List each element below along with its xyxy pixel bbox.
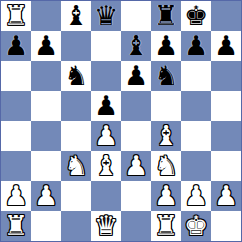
black-rook-icon: ♜ <box>154 2 178 29</box>
square-h4[interactable] <box>211 121 241 151</box>
square-g1[interactable]: ♚ <box>181 211 211 241</box>
square-a8[interactable]: ♜ <box>1 1 31 31</box>
black-knight-icon: ♞ <box>154 62 178 89</box>
square-b4[interactable] <box>31 121 61 151</box>
square-f3[interactable]: ♞ <box>151 151 181 181</box>
square-h7[interactable]: ♟ <box>211 31 241 61</box>
white-pawn-icon: ♟ <box>34 182 58 209</box>
square-e2[interactable] <box>121 181 151 211</box>
white-rook-icon: ♜ <box>4 2 28 29</box>
square-c4[interactable] <box>61 121 91 151</box>
square-b6[interactable] <box>31 61 61 91</box>
square-d3[interactable]: ♝ <box>91 151 121 181</box>
black-pawn-icon: ♟ <box>214 32 238 59</box>
square-f6[interactable]: ♞ <box>151 61 181 91</box>
square-c8[interactable]: ♝ <box>61 1 91 31</box>
white-rook-icon: ♜ <box>4 212 28 239</box>
square-b3[interactable] <box>31 151 61 181</box>
black-pawn-icon: ♟ <box>4 32 28 59</box>
black-king-icon: ♚ <box>184 2 208 29</box>
white-pawn-icon: ♟ <box>214 182 238 209</box>
square-h6[interactable] <box>211 61 241 91</box>
black-pawn-icon: ♟ <box>94 92 118 119</box>
black-pawn-icon: ♟ <box>154 32 178 59</box>
square-c2[interactable] <box>61 181 91 211</box>
square-c3[interactable]: ♞ <box>61 151 91 181</box>
square-d4[interactable]: ♟ <box>91 121 121 151</box>
chess-board: ♜♝♛♜♚♟♟♝♟♟♟♞♟♞♟♟♝♞♝♟♞♟♟♟♟♟♜♛♜♚ <box>0 0 242 242</box>
square-g8[interactable]: ♚ <box>181 1 211 31</box>
square-h2[interactable]: ♟ <box>211 181 241 211</box>
square-f8[interactable]: ♜ <box>151 1 181 31</box>
square-c7[interactable] <box>61 31 91 61</box>
white-bishop-icon: ♝ <box>94 152 118 179</box>
black-queen-icon: ♛ <box>94 2 118 29</box>
white-knight-icon: ♞ <box>154 152 178 179</box>
square-h3[interactable] <box>211 151 241 181</box>
white-pawn-icon: ♟ <box>154 182 178 209</box>
square-g4[interactable] <box>181 121 211 151</box>
square-e6[interactable]: ♟ <box>121 61 151 91</box>
black-knight-icon: ♞ <box>64 62 88 89</box>
square-e1[interactable] <box>121 211 151 241</box>
black-pawn-icon: ♟ <box>184 32 208 59</box>
square-a6[interactable] <box>1 61 31 91</box>
square-d2[interactable] <box>91 181 121 211</box>
white-rook-icon: ♜ <box>154 212 178 239</box>
white-pawn-icon: ♟ <box>124 152 148 179</box>
square-f5[interactable] <box>151 91 181 121</box>
square-b5[interactable] <box>31 91 61 121</box>
square-a3[interactable] <box>1 151 31 181</box>
square-d7[interactable] <box>91 31 121 61</box>
square-a7[interactable]: ♟ <box>1 31 31 61</box>
square-c6[interactable]: ♞ <box>61 61 91 91</box>
square-f4[interactable]: ♝ <box>151 121 181 151</box>
square-g5[interactable] <box>181 91 211 121</box>
square-e5[interactable] <box>121 91 151 121</box>
square-g2[interactable]: ♟ <box>181 181 211 211</box>
black-pawn-icon: ♟ <box>124 62 148 89</box>
white-king-icon: ♚ <box>184 212 208 239</box>
square-g7[interactable]: ♟ <box>181 31 211 61</box>
square-b2[interactable]: ♟ <box>31 181 61 211</box>
square-c1[interactable] <box>61 211 91 241</box>
black-bishop-icon: ♝ <box>124 32 148 59</box>
white-pawn-icon: ♟ <box>4 182 28 209</box>
square-f2[interactable]: ♟ <box>151 181 181 211</box>
square-e8[interactable] <box>121 1 151 31</box>
white-knight-icon: ♞ <box>64 152 88 179</box>
square-g6[interactable] <box>181 61 211 91</box>
white-bishop-icon: ♝ <box>154 122 178 149</box>
square-e3[interactable]: ♟ <box>121 151 151 181</box>
square-h5[interactable] <box>211 91 241 121</box>
square-d6[interactable] <box>91 61 121 91</box>
square-h8[interactable] <box>211 1 241 31</box>
square-g3[interactable] <box>181 151 211 181</box>
chess-board-container: ♜♝♛♜♚♟♟♝♟♟♟♞♟♞♟♟♝♞♝♟♞♟♟♟♟♟♜♛♜♚ <box>0 0 242 242</box>
square-c5[interactable] <box>61 91 91 121</box>
square-d1[interactable]: ♛ <box>91 211 121 241</box>
square-a1[interactable]: ♜ <box>1 211 31 241</box>
square-d8[interactable]: ♛ <box>91 1 121 31</box>
square-b7[interactable]: ♟ <box>31 31 61 61</box>
square-b8[interactable] <box>31 1 61 31</box>
square-e7[interactable]: ♝ <box>121 31 151 61</box>
square-h1[interactable] <box>211 211 241 241</box>
square-d5[interactable]: ♟ <box>91 91 121 121</box>
square-a2[interactable]: ♟ <box>1 181 31 211</box>
square-b1[interactable] <box>31 211 61 241</box>
black-pawn-icon: ♟ <box>34 32 58 59</box>
square-f1[interactable]: ♜ <box>151 211 181 241</box>
square-f7[interactable]: ♟ <box>151 31 181 61</box>
white-pawn-icon: ♟ <box>184 182 208 209</box>
square-e4[interactable] <box>121 121 151 151</box>
white-queen-icon: ♛ <box>94 212 118 239</box>
black-bishop-icon: ♝ <box>64 2 88 29</box>
white-pawn-icon: ♟ <box>94 122 118 149</box>
square-a4[interactable] <box>1 121 31 151</box>
square-a5[interactable] <box>1 91 31 121</box>
